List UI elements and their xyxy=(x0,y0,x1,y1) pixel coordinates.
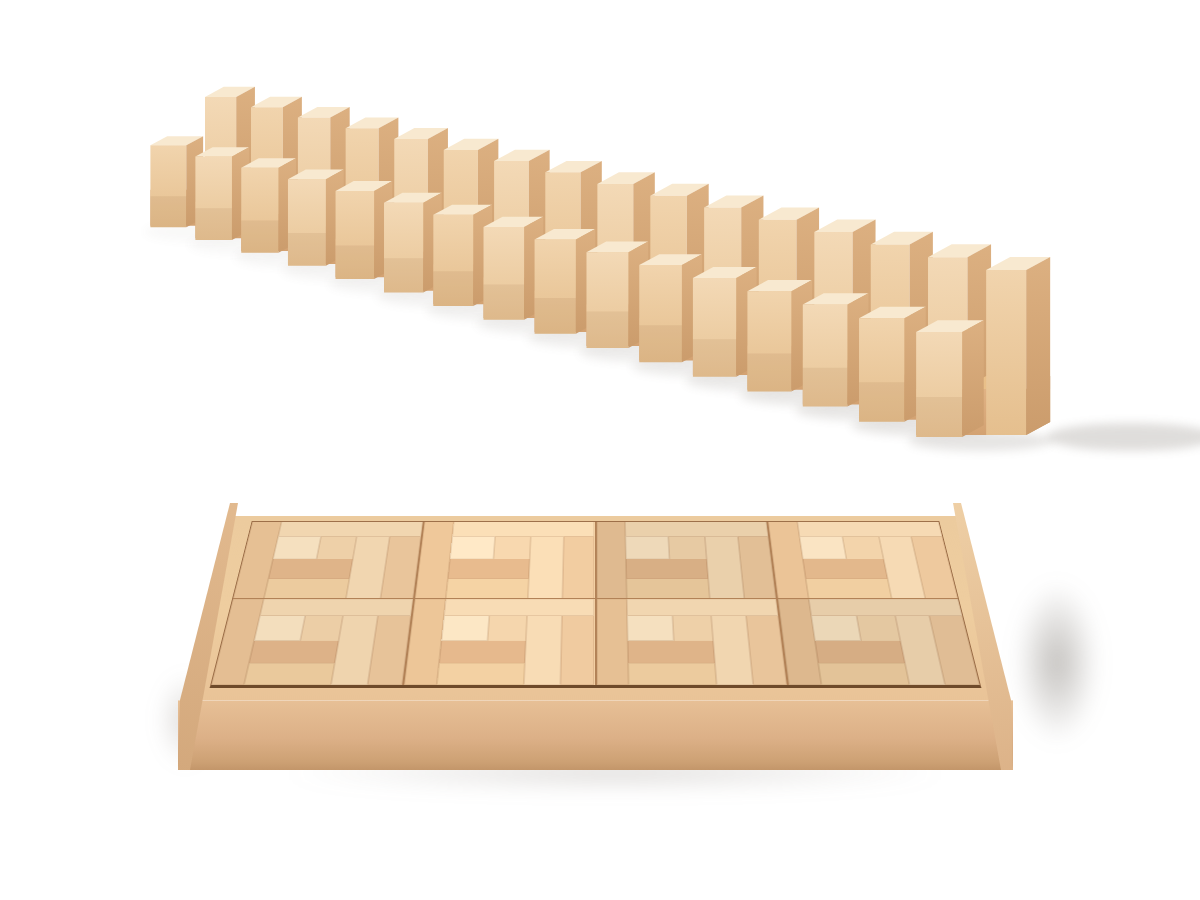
block-plank-7 xyxy=(562,536,594,598)
block-plank-5 xyxy=(628,663,716,685)
block-plank-2 xyxy=(627,615,674,640)
tray-module-r0c0 xyxy=(233,522,422,599)
block-plank-1 xyxy=(625,522,768,537)
tray-module-r0c2 xyxy=(596,522,776,599)
block-plank-1 xyxy=(809,599,962,615)
tray-shadow-right xyxy=(1002,555,1112,770)
block-plank-5 xyxy=(806,579,892,598)
block-plank-4 xyxy=(626,559,708,579)
block-plank-1 xyxy=(452,522,595,537)
block-plank-4 xyxy=(815,641,905,664)
block-plank-5 xyxy=(264,579,350,598)
tray-module-r1c3 xyxy=(778,599,979,685)
tray-top-surface xyxy=(180,516,1011,702)
tray-board-grid xyxy=(210,521,982,688)
product-photo-scene xyxy=(0,0,1200,900)
tray-module-r1c2 xyxy=(596,599,787,685)
block-plank-6 xyxy=(524,615,562,684)
block-plank-5 xyxy=(445,579,529,598)
block-plank-1 xyxy=(627,599,778,615)
block-plank-5 xyxy=(818,663,909,685)
block-plank-0 xyxy=(596,599,628,685)
block-plank-2 xyxy=(449,536,494,559)
block-plank-4 xyxy=(439,641,526,664)
block-plank-1 xyxy=(260,599,413,615)
tray-front-wall xyxy=(178,700,1013,770)
tray-module-r0c3 xyxy=(768,522,957,599)
tray-module-r1c0 xyxy=(211,599,412,685)
block-plank-4 xyxy=(628,641,715,664)
block-plank-2 xyxy=(254,615,305,640)
block-plank-4 xyxy=(268,559,353,579)
block-plank-1 xyxy=(444,599,595,615)
block-plank-4 xyxy=(249,641,339,664)
storage-tray xyxy=(178,497,1013,773)
tray-module-r1c1 xyxy=(404,599,595,685)
block-plank-2 xyxy=(273,536,321,559)
block-plank-1 xyxy=(278,522,423,537)
block-plank-5 xyxy=(627,579,710,598)
block-plank-4 xyxy=(447,559,530,579)
block-plank-2 xyxy=(799,536,846,559)
standing-blocks-row xyxy=(0,0,1200,500)
block-plank-2 xyxy=(441,615,489,640)
tray-module-r0c1 xyxy=(415,522,595,599)
block-plank-6 xyxy=(528,536,564,598)
block-plank-7 xyxy=(560,615,594,684)
block-plank-0 xyxy=(596,522,627,599)
block-plank-5 xyxy=(436,663,525,685)
block-plank-4 xyxy=(803,559,888,579)
block-plank-2 xyxy=(811,615,861,640)
block-plank-2 xyxy=(626,536,670,559)
block-plank-1 xyxy=(797,522,942,537)
block-plank-7 xyxy=(737,536,776,598)
block-plank-5 xyxy=(244,663,335,685)
